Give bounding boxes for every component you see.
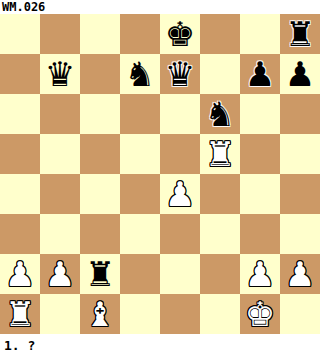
square-f8[interactable]: [200, 14, 240, 54]
square-e6[interactable]: [160, 94, 200, 134]
footer-bar: 1. ?: [0, 334, 320, 360]
square-d6[interactable]: [120, 94, 160, 134]
square-c1[interactable]: ♝: [80, 294, 120, 334]
square-h7[interactable]: ♟: [280, 54, 320, 94]
square-g3[interactable]: [240, 214, 280, 254]
white-pawn: ♟: [165, 174, 195, 214]
square-f7[interactable]: [200, 54, 240, 94]
white-rook: ♜: [205, 134, 235, 174]
square-b1[interactable]: [40, 294, 80, 334]
white-pawn: ♟: [285, 254, 315, 294]
square-d5[interactable]: [120, 134, 160, 174]
square-g6[interactable]: [240, 94, 280, 134]
square-b2[interactable]: ♟: [40, 254, 80, 294]
square-e8[interactable]: ♚: [160, 14, 200, 54]
square-d3[interactable]: [120, 214, 160, 254]
square-g5[interactable]: [240, 134, 280, 174]
square-b8[interactable]: [40, 14, 80, 54]
square-e5[interactable]: [160, 134, 200, 174]
black-pawn: ♟: [245, 54, 275, 94]
square-f6[interactable]: ♞: [200, 94, 240, 134]
black-queen: ♛: [45, 54, 75, 94]
square-d2[interactable]: [120, 254, 160, 294]
square-f2[interactable]: [200, 254, 240, 294]
square-b3[interactable]: [40, 214, 80, 254]
square-c2[interactable]: ♜: [80, 254, 120, 294]
square-e4[interactable]: ♟: [160, 174, 200, 214]
square-g8[interactable]: [240, 14, 280, 54]
square-c5[interactable]: [80, 134, 120, 174]
white-bishop: ♝: [85, 294, 115, 334]
square-d1[interactable]: [120, 294, 160, 334]
black-rook: ♜: [85, 254, 115, 294]
square-b7[interactable]: ♛: [40, 54, 80, 94]
square-f3[interactable]: [200, 214, 240, 254]
square-g4[interactable]: [240, 174, 280, 214]
chess-board: ♚♜♛♞♛♟♟♞♜♟♟♟♜♟♟♜♝♚: [0, 14, 320, 334]
square-h1[interactable]: [280, 294, 320, 334]
square-e2[interactable]: [160, 254, 200, 294]
square-h4[interactable]: [280, 174, 320, 214]
square-c4[interactable]: [80, 174, 120, 214]
square-c6[interactable]: [80, 94, 120, 134]
square-h5[interactable]: [280, 134, 320, 174]
puzzle-id-label: WM.026: [0, 0, 45, 14]
header-bar: WM.026: [0, 0, 320, 14]
square-h3[interactable]: [280, 214, 320, 254]
square-d4[interactable]: [120, 174, 160, 214]
black-pawn: ♟: [285, 54, 315, 94]
white-pawn: ♟: [245, 254, 275, 294]
square-g1[interactable]: ♚: [240, 294, 280, 334]
square-f1[interactable]: [200, 294, 240, 334]
black-knight: ♞: [125, 54, 155, 94]
square-c8[interactable]: [80, 14, 120, 54]
square-g2[interactable]: ♟: [240, 254, 280, 294]
square-h6[interactable]: [280, 94, 320, 134]
square-a2[interactable]: ♟: [0, 254, 40, 294]
square-a7[interactable]: [0, 54, 40, 94]
black-knight: ♞: [205, 94, 235, 134]
square-e1[interactable]: [160, 294, 200, 334]
square-a6[interactable]: [0, 94, 40, 134]
white-pawn: ♟: [45, 254, 75, 294]
square-d7[interactable]: ♞: [120, 54, 160, 94]
square-h2[interactable]: ♟: [280, 254, 320, 294]
square-c3[interactable]: [80, 214, 120, 254]
white-pawn: ♟: [5, 254, 35, 294]
square-a3[interactable]: [0, 214, 40, 254]
square-f4[interactable]: [200, 174, 240, 214]
square-b6[interactable]: [40, 94, 80, 134]
black-king: ♚: [165, 14, 195, 54]
square-d8[interactable]: [120, 14, 160, 54]
square-a8[interactable]: [0, 14, 40, 54]
square-a1[interactable]: ♜: [0, 294, 40, 334]
square-e3[interactable]: [160, 214, 200, 254]
square-h8[interactable]: ♜: [280, 14, 320, 54]
square-a5[interactable]: [0, 134, 40, 174]
square-e7[interactable]: ♛: [160, 54, 200, 94]
square-b5[interactable]: [40, 134, 80, 174]
black-rook: ♜: [285, 14, 315, 54]
white-rook: ♜: [5, 294, 35, 334]
move-prompt-label: 1. ?: [0, 334, 35, 355]
square-c7[interactable]: [80, 54, 120, 94]
square-g7[interactable]: ♟: [240, 54, 280, 94]
square-f5[interactable]: ♜: [200, 134, 240, 174]
black-queen: ♛: [165, 54, 195, 94]
square-b4[interactable]: [40, 174, 80, 214]
square-a4[interactable]: [0, 174, 40, 214]
white-king: ♚: [245, 294, 275, 334]
